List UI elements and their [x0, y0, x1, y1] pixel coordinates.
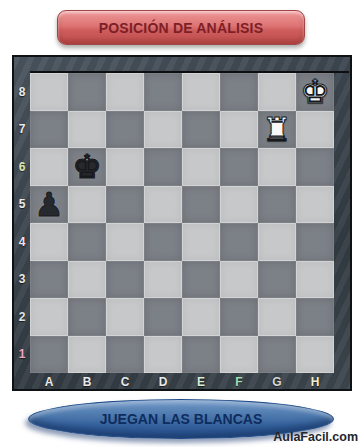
turn-banner-label: JUEGAN LAS BLANCAS: [100, 411, 263, 427]
square-c3: [106, 261, 144, 299]
square-g5: [258, 186, 296, 224]
square-h4: [296, 223, 334, 261]
white-rook-g7: ♜: [262, 113, 292, 146]
square-a5: ♟: [30, 186, 68, 224]
square-c6: [106, 148, 144, 186]
square-g4: [258, 223, 296, 261]
analysis-banner: POSICIÓN DE ANÁLISIS: [57, 10, 305, 45]
square-e2: [182, 298, 220, 336]
square-g2: [258, 298, 296, 336]
square-f2: [220, 298, 258, 336]
file-label-d: D: [144, 373, 182, 390]
rank-label-7: 7: [14, 111, 30, 149]
square-b4: [68, 223, 106, 261]
rank-labels: 87654321: [14, 73, 30, 373]
rank-label-6: 6: [14, 148, 30, 186]
square-h8: ♚: [296, 73, 334, 111]
square-a1: [30, 336, 68, 374]
chess-board-frame: 87654321 ♚♜♚♟ ABCDEFGH: [12, 55, 352, 391]
square-a6: [30, 148, 68, 186]
rank-label-8: 8: [14, 73, 30, 111]
square-c5: [106, 186, 144, 224]
square-b2: [68, 298, 106, 336]
square-g3: [258, 261, 296, 299]
square-b5: [68, 186, 106, 224]
square-h1: [296, 336, 334, 374]
square-a4: [30, 223, 68, 261]
rank-label-1: 1: [14, 336, 30, 374]
square-a3: [30, 261, 68, 299]
square-b6: ♚: [68, 148, 106, 186]
square-h3: [296, 261, 334, 299]
rank-label-5: 5: [14, 186, 30, 224]
analysis-banner-label: POSICIÓN DE ANÁLISIS: [99, 20, 264, 36]
file-label-c: C: [106, 373, 144, 390]
file-label-b: B: [68, 373, 106, 390]
square-g7: ♜: [258, 111, 296, 149]
square-b1: [68, 336, 106, 374]
watermark-aulafacil: AulaFacil.com: [273, 430, 358, 444]
square-c1: [106, 336, 144, 374]
square-f3: [220, 261, 258, 299]
square-d7: [144, 111, 182, 149]
square-f4: [220, 223, 258, 261]
square-e7: [182, 111, 220, 149]
white-king-h8: ♚: [300, 75, 330, 108]
square-e6: [182, 148, 220, 186]
square-f1: [220, 336, 258, 374]
square-d6: [144, 148, 182, 186]
square-d2: [144, 298, 182, 336]
file-label-h: H: [296, 373, 334, 390]
black-pawn-a5: ♟: [34, 188, 64, 221]
square-a8: [30, 73, 68, 111]
rank-label-3: 3: [14, 261, 30, 299]
file-label-a: A: [30, 373, 68, 390]
file-label-f: F: [220, 373, 258, 390]
square-f8: [220, 73, 258, 111]
square-g1: [258, 336, 296, 374]
square-e3: [182, 261, 220, 299]
square-h7: [296, 111, 334, 149]
chess-board: ♚♜♚♟: [30, 73, 334, 373]
square-d8: [144, 73, 182, 111]
square-e4: [182, 223, 220, 261]
square-b3: [68, 261, 106, 299]
square-d3: [144, 261, 182, 299]
file-label-g: G: [258, 373, 296, 390]
square-h5: [296, 186, 334, 224]
square-g8: [258, 73, 296, 111]
square-f6: [220, 148, 258, 186]
square-c2: [106, 298, 144, 336]
square-a7: [30, 111, 68, 149]
screenshot-root: POSICIÓN DE ANÁLISIS 87654321 ♚♜♚♟ ABCDE…: [0, 0, 361, 447]
square-d1: [144, 336, 182, 374]
square-d5: [144, 186, 182, 224]
square-b8: [68, 73, 106, 111]
square-f5: [220, 186, 258, 224]
square-e8: [182, 73, 220, 111]
square-c4: [106, 223, 144, 261]
square-e1: [182, 336, 220, 374]
square-f7: [220, 111, 258, 149]
square-c8: [106, 73, 144, 111]
square-b7: [68, 111, 106, 149]
rank-label-4: 4: [14, 223, 30, 261]
square-h2: [296, 298, 334, 336]
file-label-e: E: [182, 373, 220, 390]
square-e5: [182, 186, 220, 224]
square-a2: [30, 298, 68, 336]
file-labels: ABCDEFGH: [30, 373, 334, 390]
square-d4: [144, 223, 182, 261]
square-c7: [106, 111, 144, 149]
rank-label-2: 2: [14, 298, 30, 336]
square-h6: [296, 148, 334, 186]
square-g6: [258, 148, 296, 186]
black-king-b6: ♚: [72, 150, 102, 183]
